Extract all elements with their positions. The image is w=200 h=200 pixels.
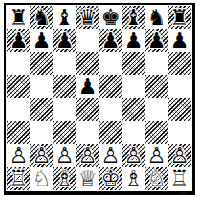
square-c4[interactable]: [53, 98, 76, 121]
square-a3[interactable]: [7, 121, 30, 144]
piece-white-rook: ♖: [170, 168, 190, 190]
square-b7[interactable]: ♟: [30, 29, 53, 52]
piece-black-pawn: ♟: [9, 30, 29, 52]
piece-black-rook: ♜: [9, 7, 29, 29]
square-g4[interactable]: [145, 98, 168, 121]
square-b4[interactable]: [30, 98, 53, 121]
piece-white-pawn: ♙: [78, 145, 98, 167]
piece-black-bishop: ♝: [55, 7, 75, 29]
square-h5[interactable]: [168, 75, 191, 98]
square-d7[interactable]: [76, 29, 99, 52]
square-d4[interactable]: [76, 98, 99, 121]
board-frame: ♜♞♝♛♚♝♞♜♟♟♟♟♟♟♟♟♙♙♙♙♙♙♙♙♖♘♗♕♔♗♘♖: [4, 3, 195, 195]
piece-black-knight: ♞: [32, 7, 52, 29]
square-d8[interactable]: ♛: [76, 6, 99, 29]
square-h8[interactable]: ♜: [168, 6, 191, 29]
square-g8[interactable]: ♞: [145, 6, 168, 29]
square-g7[interactable]: ♟: [145, 29, 168, 52]
square-e3[interactable]: [99, 121, 122, 144]
square-d1[interactable]: ♕: [76, 167, 99, 190]
square-a1[interactable]: ♖: [7, 167, 30, 190]
piece-black-pawn: ♟: [78, 76, 98, 98]
square-f6[interactable]: [122, 52, 145, 75]
square-a8[interactable]: ♜: [7, 6, 30, 29]
square-h3[interactable]: [168, 121, 191, 144]
piece-black-king: ♚: [101, 7, 121, 29]
square-e5[interactable]: [99, 75, 122, 98]
square-a2[interactable]: ♙: [7, 144, 30, 167]
square-e7[interactable]: ♟: [99, 29, 122, 52]
square-b1[interactable]: ♘: [30, 167, 53, 190]
square-b8[interactable]: ♞: [30, 6, 53, 29]
square-g2[interactable]: ♙: [145, 144, 168, 167]
piece-white-pawn: ♙: [101, 145, 121, 167]
square-a4[interactable]: [7, 98, 30, 121]
piece-black-pawn: ♟: [32, 30, 52, 52]
scan-artifact: ···: [180, 190, 189, 196]
piece-white-pawn: ♙: [9, 145, 29, 167]
square-e4[interactable]: [99, 98, 122, 121]
piece-white-pawn: ♙: [170, 145, 190, 167]
square-f4[interactable]: [122, 98, 145, 121]
square-c2[interactable]: ♙: [53, 144, 76, 167]
square-d2[interactable]: ♙: [76, 144, 99, 167]
square-c3[interactable]: [53, 121, 76, 144]
square-c8[interactable]: ♝: [53, 6, 76, 29]
square-h2[interactable]: ♙: [168, 144, 191, 167]
piece-black-pawn: ♟: [124, 30, 144, 52]
chess-diagram: ♜♞♝♛♚♝♞♜♟♟♟♟♟♟♟♟♙♙♙♙♙♙♙♙♖♘♗♕♔♗♘♖ ···: [0, 0, 200, 200]
piece-white-pawn: ♙: [55, 145, 75, 167]
piece-black-pawn: ♟: [147, 30, 167, 52]
square-e2[interactable]: ♙: [99, 144, 122, 167]
piece-white-pawn: ♙: [32, 145, 52, 167]
square-b6[interactable]: [30, 52, 53, 75]
square-a7[interactable]: ♟: [7, 29, 30, 52]
square-h7[interactable]: ♟: [168, 29, 191, 52]
square-b2[interactable]: ♙: [30, 144, 53, 167]
piece-white-pawn: ♙: [147, 145, 167, 167]
square-h1[interactable]: ♖: [168, 167, 191, 190]
square-e1[interactable]: ♔: [99, 167, 122, 190]
piece-white-rook: ♖: [9, 168, 29, 190]
square-f1[interactable]: ♗: [122, 167, 145, 190]
square-c7[interactable]: ♟: [53, 29, 76, 52]
square-a5[interactable]: [7, 75, 30, 98]
square-g3[interactable]: [145, 121, 168, 144]
square-h6[interactable]: [168, 52, 191, 75]
square-d3[interactable]: [76, 121, 99, 144]
square-d6[interactable]: [76, 52, 99, 75]
piece-white-pawn: ♙: [124, 145, 144, 167]
square-f5[interactable]: [122, 75, 145, 98]
piece-black-bishop: ♝: [124, 7, 144, 29]
square-f2[interactable]: ♙: [122, 144, 145, 167]
square-b3[interactable]: [30, 121, 53, 144]
piece-white-knight: ♘: [32, 168, 52, 190]
square-a6[interactable]: [7, 52, 30, 75]
square-c6[interactable]: [53, 52, 76, 75]
piece-black-rook: ♜: [170, 7, 190, 29]
square-c5[interactable]: [53, 75, 76, 98]
square-h4[interactable]: [168, 98, 191, 121]
square-f3[interactable]: [122, 121, 145, 144]
piece-black-queen: ♛: [78, 7, 98, 29]
square-c1[interactable]: ♗: [53, 167, 76, 190]
square-f7[interactable]: ♟: [122, 29, 145, 52]
piece-white-king: ♔: [101, 168, 121, 190]
piece-black-pawn: ♟: [101, 30, 121, 52]
square-f8[interactable]: ♝: [122, 6, 145, 29]
piece-black-knight: ♞: [147, 7, 167, 29]
piece-white-knight: ♘: [147, 168, 167, 190]
piece-white-bishop: ♗: [55, 168, 75, 190]
square-d5[interactable]: ♟: [76, 75, 99, 98]
chess-board: ♜♞♝♛♚♝♞♜♟♟♟♟♟♟♟♟♙♙♙♙♙♙♙♙♖♘♗♕♔♗♘♖: [7, 6, 191, 190]
square-b5[interactable]: [30, 75, 53, 98]
piece-white-bishop: ♗: [124, 168, 144, 190]
square-g6[interactable]: [145, 52, 168, 75]
piece-black-pawn: ♟: [170, 30, 190, 52]
square-e8[interactable]: ♚: [99, 6, 122, 29]
square-e6[interactable]: [99, 52, 122, 75]
piece-black-pawn: ♟: [55, 30, 75, 52]
square-g1[interactable]: ♘: [145, 167, 168, 190]
piece-white-queen: ♕: [78, 168, 98, 190]
square-g5[interactable]: [145, 75, 168, 98]
